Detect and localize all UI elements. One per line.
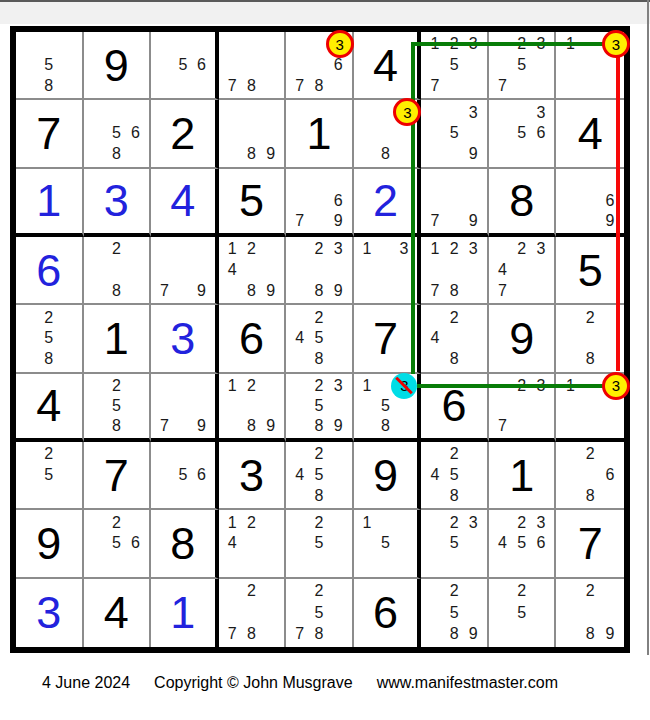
pencil-mark-3: 3	[329, 239, 348, 260]
pencil-slot-empty	[290, 376, 309, 396]
pencil-slot-empty	[425, 144, 444, 165]
solved-digit-blue: 2	[354, 169, 418, 233]
cell-r2c5[interactable]: 1	[286, 100, 354, 168]
pencil-mark-2: 2	[580, 581, 600, 602]
pencil-slot-empty	[309, 211, 328, 231]
cell-r8c1[interactable]: 9	[16, 510, 84, 578]
pencil-mark-5: 5	[309, 602, 328, 623]
cell-r4c4[interactable]: 12489	[219, 237, 287, 305]
given-digit: 4	[16, 374, 82, 438]
pencil-mark-8: 8	[580, 486, 600, 507]
cell-r2c9[interactable]: 4	[556, 100, 624, 168]
pencil-slot-empty	[261, 581, 280, 602]
pencil-slot-empty	[493, 102, 512, 123]
cell-r2c2[interactable]: 568	[84, 100, 152, 168]
pencil-slot-empty	[261, 533, 280, 554]
pencil-slot-empty	[88, 416, 107, 436]
pencil-mark-6: 6	[531, 123, 550, 144]
pencil-slot-empty	[395, 396, 414, 416]
cell-r2c1[interactable]: 7	[16, 100, 84, 168]
given-digit: 7	[556, 510, 624, 576]
pencil-slot-empty	[261, 602, 280, 623]
pencil-slot-empty	[512, 260, 531, 281]
pencil-mark-5: 5	[107, 533, 126, 554]
pencil-mark-6: 6	[126, 123, 145, 144]
cell-r4c3[interactable]: 79	[151, 237, 219, 305]
pencil-slot-empty	[531, 144, 550, 165]
pencil-slot-empty	[580, 171, 600, 191]
cell-r2c8[interactable]: 356	[489, 100, 557, 168]
pencil-slot-empty	[560, 307, 580, 328]
pencil-slot-empty	[20, 328, 39, 349]
pencil-slot-empty	[58, 328, 77, 349]
cell-r9c1[interactable]: 3	[16, 579, 84, 647]
pencil-slot-empty	[261, 624, 280, 645]
pencil-mark-8: 8	[309, 624, 328, 645]
pencil-mark-3: 3	[531, 34, 550, 55]
pencil-slot-empty	[580, 191, 600, 211]
pencil-mark-1: 1	[223, 376, 242, 396]
pencil-mark-7: 7	[290, 76, 309, 97]
cell-r5c2[interactable]: 1	[84, 305, 152, 373]
footer-date: 4 June 2024	[42, 674, 130, 692]
pencil-slot-empty	[290, 191, 309, 211]
pencil-mark-7: 7	[425, 76, 444, 97]
given-digit: 4	[556, 100, 624, 166]
cell-r1c6[interactable]: 4	[354, 32, 422, 100]
pencil-slot-empty	[512, 281, 531, 302]
cell-r1c2[interactable]: 9	[84, 32, 152, 100]
cell-r9c2[interactable]: 4	[84, 579, 152, 647]
pencil-mark-4: 4	[425, 328, 444, 349]
pencil-mark-2: 2	[309, 512, 328, 533]
pencil-slot-empty	[358, 416, 377, 436]
pencil-slot-empty	[155, 34, 174, 55]
pencil-slot-empty	[493, 554, 512, 575]
pencil-mark-8: 8	[445, 349, 464, 370]
pencil-slot-empty	[329, 486, 348, 507]
given-digit: 9	[16, 510, 82, 576]
pencil-mark-9: 9	[600, 624, 620, 645]
pencil-slot-empty	[155, 239, 174, 260]
cell-r7c2[interactable]: 7	[84, 442, 152, 510]
pencil-mark-2: 2	[580, 307, 600, 328]
pencil-mark-8: 8	[376, 144, 395, 165]
pencil-slot-empty	[445, 171, 464, 191]
pencil-slot-empty	[493, 602, 512, 623]
cell-r5c9[interactable]: 28	[556, 305, 624, 373]
pencil-slot-empty	[88, 512, 107, 533]
pencil-slot-empty	[290, 533, 309, 554]
pencil-mark-2: 2	[107, 239, 126, 260]
pencil-slot-empty	[600, 486, 620, 507]
pencil-slot-empty	[192, 376, 211, 396]
pencil-slot-empty	[425, 307, 444, 328]
pencil-slot-empty	[395, 533, 414, 554]
pencil-slot-empty	[290, 55, 309, 76]
pencil-slot-empty	[580, 328, 600, 349]
cell-r5c1[interactable]: 258	[16, 305, 84, 373]
pencil-mark-2: 2	[512, 512, 531, 533]
pencil-slot-empty	[290, 554, 309, 575]
pencil-mark-2: 2	[107, 512, 126, 533]
cell-r7c1[interactable]: 25	[16, 442, 84, 510]
pencil-slot-empty	[223, 102, 242, 123]
pencil-mark-7: 7	[493, 281, 512, 302]
pencil-slot-empty	[600, 34, 620, 55]
pencil-slot-empty	[58, 76, 77, 97]
pencil-mark-5: 5	[39, 328, 58, 349]
pencil-slot-empty	[329, 581, 348, 602]
cell-r6c3[interactable]: 79	[151, 374, 219, 442]
cell-r3c3[interactable]: 4	[151, 169, 219, 237]
pencil-slot-empty	[425, 554, 444, 575]
cell-r4c9[interactable]: 5	[556, 237, 624, 305]
pencil-slot-empty	[174, 260, 193, 281]
cell-r9c7[interactable]: 2589	[421, 579, 489, 647]
pencil-marks: 12378	[425, 239, 483, 301]
pencil-marks: 1289	[223, 376, 281, 436]
pencil-marks: 28	[88, 239, 146, 301]
cell-r7c5[interactable]: 2458	[286, 442, 354, 510]
cell-r4c6[interactable]: 13	[354, 237, 422, 305]
cell-r5c3[interactable]: 3	[151, 305, 219, 373]
cell-r3c9[interactable]: 69	[556, 169, 624, 237]
pencil-mark-8: 8	[242, 416, 261, 436]
pencil-slot-empty	[425, 602, 444, 623]
pencil-mark-2: 2	[445, 444, 464, 465]
pencil-mark-3: 3	[531, 376, 550, 396]
given-digit: 2	[151, 100, 215, 166]
cell-r9c6[interactable]: 6	[354, 579, 422, 647]
pencil-slot-empty	[560, 624, 580, 645]
cell-r4c7[interactable]: 12378	[421, 237, 489, 305]
cell-r1c8[interactable]: 2357	[489, 32, 557, 100]
cell-r5c8[interactable]: 9	[489, 305, 557, 373]
pencil-marks: 23456	[493, 512, 551, 574]
pencil-slot-empty	[126, 239, 145, 260]
pencil-slot-empty	[395, 102, 414, 123]
pencil-mark-2: 2	[512, 239, 531, 260]
pencil-slot-empty	[20, 465, 39, 486]
pencil-marks: 678	[290, 34, 348, 96]
pencil-mark-8: 8	[107, 416, 126, 436]
pencil-slot-empty	[531, 581, 550, 602]
pencil-mark-2: 2	[309, 581, 328, 602]
cell-r7c4[interactable]: 3	[219, 442, 287, 510]
pencil-slot-empty	[309, 55, 328, 76]
cell-r2c6[interactable]: 8	[354, 100, 422, 168]
pencil-slot-empty	[88, 376, 107, 396]
pencil-mark-9: 9	[192, 281, 211, 302]
pencil-slot-empty	[425, 260, 444, 281]
pencil-slot-empty	[358, 554, 377, 575]
cell-r6c2[interactable]: 258	[84, 374, 152, 442]
pencil-mark-5: 5	[512, 123, 531, 144]
pencil-slot-empty	[425, 512, 444, 533]
cell-r3c7[interactable]: 79	[421, 169, 489, 237]
pencil-slot-empty	[395, 281, 414, 302]
pencil-mark-2: 2	[445, 581, 464, 602]
pencil-slot-empty	[560, 465, 580, 486]
pencil-slot-empty	[512, 76, 531, 97]
pencil-slot-empty	[107, 260, 126, 281]
pencil-slot-empty	[512, 396, 531, 416]
pencil-mark-8: 8	[242, 144, 261, 165]
pencil-slot-empty	[88, 281, 107, 302]
pencil-slot-empty	[560, 211, 580, 231]
cell-r8c5[interactable]: 25	[286, 510, 354, 578]
cell-r3c1[interactable]: 1	[16, 169, 84, 237]
pencil-slot-empty	[445, 260, 464, 281]
pencil-slot-empty	[425, 123, 444, 144]
pencil-mark-7: 7	[493, 416, 512, 436]
pencil-marks: 15	[358, 512, 414, 574]
cell-r2c4[interactable]: 89	[219, 100, 287, 168]
cell-r8c7[interactable]: 235	[421, 510, 489, 578]
pencil-marks: 1	[560, 34, 620, 96]
pencil-slot-empty	[560, 349, 580, 370]
pencil-slot-empty	[445, 76, 464, 97]
pencil-slot-empty	[242, 554, 261, 575]
cell-r7c9[interactable]: 268	[556, 442, 624, 510]
cell-r3c5[interactable]: 679	[286, 169, 354, 237]
pencil-mark-1: 1	[358, 376, 377, 396]
cell-r9c8[interactable]: 25	[489, 579, 557, 647]
pencil-slot-empty	[600, 416, 620, 436]
cell-r2c3[interactable]: 2	[151, 100, 219, 168]
cell-r3c6[interactable]: 2	[354, 169, 422, 237]
cell-r8c3[interactable]: 8	[151, 510, 219, 578]
pencil-slot-empty	[223, 602, 242, 623]
pencil-slot-empty	[329, 444, 348, 465]
cell-r6c7[interactable]: 6	[421, 374, 489, 442]
cell-r1c3[interactable]: 56	[151, 32, 219, 100]
pencil-slot-empty	[376, 239, 395, 260]
cell-r6c4[interactable]: 1289	[219, 374, 287, 442]
cell-r5c5[interactable]: 2458	[286, 305, 354, 373]
cell-r1c5[interactable]: 678	[286, 32, 354, 100]
pencil-marks: 28	[560, 307, 620, 369]
pencil-slot-empty	[261, 554, 280, 575]
cell-r1c9[interactable]: 1	[556, 32, 624, 100]
pencil-mark-6: 6	[531, 533, 550, 554]
cell-r1c7[interactable]: 12357	[421, 32, 489, 100]
pencil-slot-empty	[174, 416, 193, 436]
pencil-slot-empty	[126, 102, 145, 123]
pencil-slot-empty	[192, 34, 211, 55]
pencil-slot-empty	[464, 55, 483, 76]
cell-r4c1[interactable]: 6	[16, 237, 84, 305]
pencil-slot-empty	[395, 554, 414, 575]
pencil-mark-7: 7	[223, 624, 242, 645]
solved-digit-blue: 6	[16, 237, 82, 303]
pencil-mark-5: 5	[512, 533, 531, 554]
pencil-slot-empty	[329, 328, 348, 349]
pencil-slot-empty	[155, 444, 174, 465]
pencil-mark-5: 5	[512, 602, 531, 623]
pencil-mark-2: 2	[242, 512, 261, 533]
cell-r4c8[interactable]: 2347	[489, 237, 557, 305]
pencil-slot-empty	[531, 624, 550, 645]
pencil-slot-empty	[464, 76, 483, 97]
pencil-slot-empty	[358, 144, 377, 165]
given-digit: 4	[84, 579, 150, 647]
pencil-slot-empty	[560, 328, 580, 349]
pencil-mark-9: 9	[464, 624, 483, 645]
pencil-slot-empty	[309, 191, 328, 211]
cell-r7c7[interactable]: 2458	[421, 442, 489, 510]
pencil-marks: 2458	[290, 444, 348, 506]
pencil-slot-empty	[445, 191, 464, 211]
pencil-slot-empty	[376, 281, 395, 302]
pencil-marks: 268	[560, 444, 620, 506]
pencil-mark-2: 2	[39, 444, 58, 465]
pencil-slot-empty	[464, 307, 483, 328]
pencil-slot-empty	[261, 512, 280, 533]
pencil-mark-4: 4	[290, 465, 309, 486]
pencil-slot-empty	[445, 102, 464, 123]
pencil-mark-8: 8	[309, 281, 328, 302]
pencil-slot-empty	[58, 444, 77, 465]
cell-r4c2[interactable]: 28	[84, 237, 152, 305]
pencil-marks: 12357	[425, 34, 483, 96]
pencil-slot-empty	[126, 396, 145, 416]
pencil-mark-9: 9	[329, 211, 348, 231]
given-digit: 7	[16, 100, 82, 166]
cell-r5c6[interactable]: 7	[354, 305, 422, 373]
pencil-slot-empty	[493, 624, 512, 645]
pencil-slot-empty	[531, 281, 550, 302]
pencil-slot-empty	[290, 349, 309, 370]
pencil-slot-empty	[88, 239, 107, 260]
pencil-slot-empty	[155, 465, 174, 486]
pencil-slot-empty	[464, 349, 483, 370]
cell-r4c5[interactable]: 2389	[286, 237, 354, 305]
pencil-slot-empty	[395, 144, 414, 165]
cell-r9c5[interactable]: 2578	[286, 579, 354, 647]
pencil-slot-empty	[464, 486, 483, 507]
cell-r8c6[interactable]: 15	[354, 510, 422, 578]
pencil-mark-2: 2	[309, 239, 328, 260]
pencil-mark-6: 6	[329, 55, 348, 76]
cell-r8c9[interactable]: 7	[556, 510, 624, 578]
pencil-slot-empty	[290, 171, 309, 191]
pencil-mark-4: 4	[425, 465, 444, 486]
pencil-slot-empty	[329, 602, 348, 623]
pencil-slot-empty	[174, 396, 193, 416]
solved-digit-blue: 1	[151, 579, 215, 647]
given-digit: 1	[84, 305, 150, 371]
pencil-slot-empty	[560, 581, 580, 602]
pencil-slot-empty	[395, 260, 414, 281]
cell-r6c6[interactable]: 158	[354, 374, 422, 442]
pencil-mark-5: 5	[174, 465, 193, 486]
pencil-slot-empty	[39, 34, 58, 55]
cell-r6c1[interactable]: 4	[16, 374, 84, 442]
pencil-mark-7: 7	[493, 76, 512, 97]
pencil-slot-empty	[58, 486, 77, 507]
pencil-slot-empty	[192, 76, 211, 97]
pencil-slot-empty	[290, 602, 309, 623]
pencil-mark-6: 6	[329, 191, 348, 211]
pencil-slot-empty	[290, 486, 309, 507]
pencil-mark-2: 2	[242, 581, 261, 602]
cell-r3c4[interactable]: 5	[219, 169, 287, 237]
cell-r9c3[interactable]: 1	[151, 579, 219, 647]
pencil-slot-empty	[192, 239, 211, 260]
pencil-mark-5: 5	[445, 465, 464, 486]
pencil-mark-5: 5	[376, 533, 395, 554]
pencil-slot-empty	[329, 260, 348, 281]
pencil-slot-empty	[261, 34, 280, 55]
cell-r1c1[interactable]: 58	[16, 32, 84, 100]
cell-r7c6[interactable]: 9	[354, 442, 422, 510]
cell-r2c7[interactable]: 359	[421, 100, 489, 168]
pencil-slot-empty	[531, 602, 550, 623]
pencil-mark-4: 4	[290, 328, 309, 349]
pencil-mark-9: 9	[192, 416, 211, 436]
pencil-marks: 2458	[425, 444, 483, 506]
pencil-mark-7: 7	[290, 211, 309, 231]
cell-r7c3[interactable]: 56	[151, 442, 219, 510]
pencil-slot-empty	[261, 376, 280, 396]
cell-r9c4[interactable]: 278	[219, 579, 287, 647]
pencil-slot-empty	[358, 281, 377, 302]
cell-r8c2[interactable]: 256	[84, 510, 152, 578]
pencil-mark-2: 2	[242, 376, 261, 396]
given-digit: 9	[84, 32, 150, 98]
pencil-slot-empty	[329, 76, 348, 97]
pencil-slot-empty	[395, 416, 414, 436]
cell-r3c8[interactable]: 8	[489, 169, 557, 237]
pencil-slot-empty	[600, 328, 620, 349]
pencil-mark-6: 6	[600, 465, 620, 486]
pencil-slot-empty	[425, 102, 444, 123]
pencil-mark-8: 8	[107, 281, 126, 302]
cell-r9c9[interactable]: 289	[556, 579, 624, 647]
cell-r5c4[interactable]: 6	[219, 305, 287, 373]
pencil-mark-9: 9	[464, 211, 483, 231]
pencil-slot-empty	[560, 416, 580, 436]
pencil-slot-empty	[329, 34, 348, 55]
cell-r8c8[interactable]: 23456	[489, 510, 557, 578]
pencil-slot-empty	[493, 512, 512, 533]
cell-r5c7[interactable]: 248	[421, 305, 489, 373]
pencil-slot-empty	[39, 486, 58, 507]
cell-r6c9[interactable]: 1	[556, 374, 624, 442]
cell-r8c4[interactable]: 124	[219, 510, 287, 578]
pencil-slot-empty	[600, 376, 620, 396]
pencil-marks: 158	[358, 376, 414, 436]
pencil-slot-empty	[600, 76, 620, 97]
given-digit: 9	[354, 442, 418, 508]
pencil-slot-empty	[493, 396, 512, 416]
cell-r3c2[interactable]: 3	[84, 169, 152, 237]
cell-r6c5[interactable]: 23589	[286, 374, 354, 442]
pencil-mark-8: 8	[580, 349, 600, 370]
pencil-slot-empty	[329, 533, 348, 554]
pencil-slot-empty	[425, 486, 444, 507]
pencil-slot-empty	[88, 554, 107, 575]
pencil-slot-empty	[242, 533, 261, 554]
pencil-slot-empty	[155, 376, 174, 396]
pencil-slot-empty	[395, 512, 414, 533]
cell-r7c8[interactable]: 1	[489, 442, 557, 510]
cell-r1c4[interactable]: 78	[219, 32, 287, 100]
cell-r6c8[interactable]: 237	[489, 374, 557, 442]
pencil-mark-2: 2	[512, 34, 531, 55]
